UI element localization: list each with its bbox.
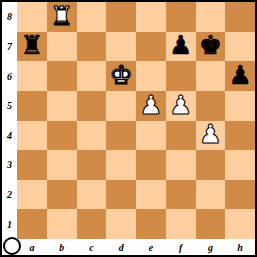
square-e7[interactable] <box>136 32 166 62</box>
square-c1[interactable] <box>77 209 107 239</box>
square-d7[interactable] <box>106 32 136 62</box>
rank-label-7: 7 <box>2 32 17 62</box>
square-h6[interactable]: ♟ <box>225 61 255 91</box>
square-a7[interactable]: ♜ <box>17 32 47 62</box>
square-c5[interactable] <box>77 91 107 121</box>
black-rook-a7[interactable]: ♜ <box>20 32 43 58</box>
square-a2[interactable] <box>17 180 47 210</box>
square-c4[interactable] <box>77 121 107 151</box>
square-e1[interactable] <box>136 209 166 239</box>
square-b2[interactable] <box>47 180 77 210</box>
square-a1[interactable] <box>17 209 47 239</box>
square-g4[interactable]: ♟ <box>196 121 226 151</box>
square-e3[interactable] <box>136 150 166 180</box>
square-g3[interactable] <box>196 150 226 180</box>
rank-label-1: 1 <box>2 209 17 239</box>
rank-label-2: 2 <box>2 180 17 210</box>
file-labels: abcdefgh <box>17 239 255 255</box>
rank-label-8: 8 <box>2 2 17 32</box>
square-h2[interactable] <box>225 180 255 210</box>
square-h4[interactable] <box>225 121 255 151</box>
square-f8[interactable] <box>166 2 196 32</box>
square-f4[interactable] <box>166 121 196 151</box>
square-f3[interactable] <box>166 150 196 180</box>
rank-label-3: 3 <box>2 150 17 180</box>
square-f5[interactable]: ♟ <box>166 91 196 121</box>
white-pawn-f5[interactable]: ♟ <box>169 92 192 118</box>
white-pawn-g4[interactable]: ♟ <box>199 121 222 147</box>
square-e2[interactable] <box>136 180 166 210</box>
file-label-e: e <box>136 239 166 255</box>
square-d3[interactable] <box>106 150 136 180</box>
square-c2[interactable] <box>77 180 107 210</box>
square-e6[interactable] <box>136 61 166 91</box>
square-a3[interactable] <box>17 150 47 180</box>
square-d4[interactable] <box>106 121 136 151</box>
square-c3[interactable] <box>77 150 107 180</box>
square-d6[interactable]: ♚ <box>106 61 136 91</box>
square-f2[interactable] <box>166 180 196 210</box>
square-h3[interactable] <box>225 150 255 180</box>
square-b3[interactable] <box>47 150 77 180</box>
square-d1[interactable] <box>106 209 136 239</box>
square-e4[interactable] <box>136 121 166 151</box>
square-h8[interactable] <box>225 2 255 32</box>
square-a4[interactable] <box>17 121 47 151</box>
square-f6[interactable] <box>166 61 196 91</box>
square-b4[interactable] <box>47 121 77 151</box>
black-pawn-f7[interactable]: ♟ <box>169 32 192 58</box>
file-label-b: b <box>47 239 77 255</box>
square-f1[interactable] <box>166 209 196 239</box>
square-g5[interactable] <box>196 91 226 121</box>
square-g8[interactable] <box>196 2 226 32</box>
square-h7[interactable] <box>225 32 255 62</box>
rank-label-6: 6 <box>2 61 17 91</box>
square-d2[interactable] <box>106 180 136 210</box>
white-to-move-indicator <box>3 237 21 255</box>
square-g1[interactable] <box>196 209 226 239</box>
square-g6[interactable] <box>196 61 226 91</box>
file-label-d: d <box>106 239 136 255</box>
square-b6[interactable] <box>47 61 77 91</box>
square-e5[interactable]: ♟ <box>136 91 166 121</box>
file-label-g: g <box>196 239 226 255</box>
chess-diagram: 87654321 ♜♜♟♚♚♟♟♟♟ abcdefgh <box>0 0 257 257</box>
square-b8[interactable]: ♜ <box>47 2 77 32</box>
square-d5[interactable] <box>106 91 136 121</box>
square-c8[interactable] <box>77 2 107 32</box>
square-h5[interactable] <box>225 91 255 121</box>
square-h1[interactable] <box>225 209 255 239</box>
square-g2[interactable] <box>196 180 226 210</box>
square-c7[interactable] <box>77 32 107 62</box>
rank-label-5: 5 <box>2 91 17 121</box>
square-b7[interactable] <box>47 32 77 62</box>
white-king-d6[interactable]: ♚ <box>109 62 132 88</box>
file-label-a: a <box>17 239 47 255</box>
rank-label-4: 4 <box>2 121 17 151</box>
square-f7[interactable]: ♟ <box>166 32 196 62</box>
board: ♜♜♟♚♚♟♟♟♟ <box>17 2 255 239</box>
white-pawn-e5[interactable]: ♟ <box>139 92 162 118</box>
square-b1[interactable] <box>47 209 77 239</box>
file-label-c: c <box>77 239 107 255</box>
file-label-f: f <box>166 239 196 255</box>
black-king-g7[interactable]: ♚ <box>199 32 222 58</box>
file-label-h: h <box>225 239 255 255</box>
black-pawn-h6[interactable]: ♟ <box>228 62 251 88</box>
square-a5[interactable] <box>17 91 47 121</box>
square-e8[interactable] <box>136 2 166 32</box>
square-a8[interactable] <box>17 2 47 32</box>
square-c6[interactable] <box>77 61 107 91</box>
square-b5[interactable] <box>47 91 77 121</box>
square-a6[interactable] <box>17 61 47 91</box>
white-rook-b8[interactable]: ♜ <box>50 3 73 29</box>
square-g7[interactable]: ♚ <box>196 32 226 62</box>
square-d8[interactable] <box>106 2 136 32</box>
rank-labels: 87654321 <box>2 2 17 239</box>
